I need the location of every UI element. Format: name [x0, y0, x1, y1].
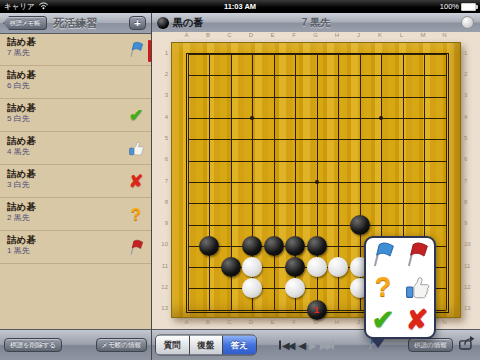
cell-N7[interactable]	[435, 171, 457, 192]
list-item-title: 詰め碁	[7, 234, 145, 246]
cell-K5[interactable]	[370, 129, 392, 150]
cell-J8[interactable]	[349, 193, 371, 214]
thumbs-up-icon	[127, 139, 145, 157]
cell-J6[interactable]	[349, 150, 371, 171]
row-label-left-3: 3	[156, 92, 168, 98]
cell-G2[interactable]	[306, 65, 328, 86]
cell-G9[interactable]	[306, 214, 328, 235]
black-stone-E10	[264, 236, 284, 256]
cell-C6[interactable]	[220, 150, 242, 171]
black-stone-F11	[285, 257, 305, 277]
cell-F8[interactable]	[284, 193, 306, 214]
row-label-left-12: 12	[156, 284, 168, 290]
col-label-bottom-G: G	[313, 319, 319, 325]
cell-F9[interactable]	[284, 214, 306, 235]
cell-C7[interactable]	[220, 171, 242, 192]
cell-A2[interactable]	[177, 65, 199, 86]
cell-K6[interactable]	[370, 150, 392, 171]
cell-M5[interactable]	[413, 129, 435, 150]
cell-H9[interactable]	[327, 214, 349, 235]
col-label-top-C: C	[227, 32, 233, 38]
cell-K7[interactable]	[370, 171, 392, 192]
cell-A9[interactable]	[177, 214, 199, 235]
cell-M2[interactable]	[413, 65, 435, 86]
problem-list: 詰め碁7 黒先詰め碁6 白先詰め碁5 白先✔詰め碁4 黒先詰め碁3 白先✘詰め碁…	[0, 33, 151, 330]
cell-F10[interactable]	[284, 235, 306, 256]
cell-D5[interactable]	[241, 129, 263, 150]
list-item-problem-4[interactable]: 詰め碁4 黒先	[0, 132, 151, 165]
cell-C10[interactable]	[220, 235, 242, 256]
cell-G5[interactable]	[306, 129, 328, 150]
white-stone-D11	[242, 257, 262, 277]
col-label-top-G: G	[313, 32, 319, 38]
cell-N4[interactable]	[435, 107, 457, 128]
cell-N3[interactable]	[435, 86, 457, 107]
cell-E2[interactable]	[263, 65, 285, 86]
list-item-problem-5[interactable]: 詰め碁5 白先✔	[0, 99, 151, 132]
kifu-info-button[interactable]: 棋譜の情報	[408, 338, 453, 352]
cell-D1[interactable]	[241, 44, 263, 65]
cell-N5[interactable]	[435, 129, 457, 150]
cell-N12[interactable]	[435, 278, 457, 299]
row-label-right-6: 6	[464, 156, 476, 162]
cell-D13[interactable]	[241, 299, 263, 320]
black-stone-B10	[199, 236, 219, 256]
cell-F7[interactable]	[284, 171, 306, 192]
popup-x-button[interactable]: ✘	[400, 304, 434, 337]
cell-A11[interactable]	[177, 257, 199, 278]
cell-A8[interactable]	[177, 193, 199, 214]
row-label-right-12: 12	[464, 284, 476, 290]
cell-D11[interactable]	[241, 257, 263, 278]
cell-D9[interactable]	[241, 214, 263, 235]
white-stone-H11	[328, 257, 348, 277]
cell-G1[interactable]	[306, 44, 328, 65]
cell-J7[interactable]	[349, 171, 371, 192]
col-label-bottom-D: D	[248, 319, 254, 325]
cell-L7[interactable]	[392, 171, 414, 192]
col-label-top-A: A	[184, 32, 190, 38]
flag-blue-icon	[127, 40, 145, 58]
cell-L2[interactable]	[392, 65, 414, 86]
cell-E10[interactable]	[263, 235, 285, 256]
cell-B3[interactable]	[198, 86, 220, 107]
row-label-left-9: 9	[156, 220, 168, 226]
col-label-bottom-F: F	[291, 319, 297, 325]
cell-N6[interactable]	[435, 150, 457, 171]
turn-indicator: 黒の番	[157, 13, 203, 32]
cell-M6[interactable]	[413, 150, 435, 171]
star-point	[379, 116, 383, 120]
cell-G4[interactable]	[306, 107, 328, 128]
cell-B9[interactable]	[198, 214, 220, 235]
row-label-left-2: 2	[156, 71, 168, 77]
row-label-left-13: 13	[156, 305, 168, 311]
cell-H11[interactable]	[327, 257, 349, 278]
cell-A10[interactable]	[177, 235, 199, 256]
cell-F1[interactable]	[284, 44, 306, 65]
cell-D10[interactable]	[241, 235, 263, 256]
list-item-title: 詰め碁	[7, 102, 145, 114]
white-stone-icon[interactable]	[461, 16, 474, 29]
cell-F3[interactable]	[284, 86, 306, 107]
cell-G11[interactable]	[306, 257, 328, 278]
row-label-right-13: 13	[464, 305, 476, 311]
cell-E13[interactable]	[263, 299, 285, 320]
question-icon: ?	[127, 205, 145, 223]
col-label-bottom-A: A	[184, 319, 190, 325]
black-stone-G13: 1	[307, 300, 327, 320]
cell-E1[interactable]	[263, 44, 285, 65]
x-icon: ✘	[127, 172, 145, 190]
cell-A3[interactable]	[177, 86, 199, 107]
cell-A6[interactable]	[177, 150, 199, 171]
cell-B6[interactable]	[198, 150, 220, 171]
board-header: 7 黒先 黒の番	[152, 13, 480, 33]
cell-F11[interactable]	[284, 257, 306, 278]
row-label-left-7: 7	[156, 178, 168, 184]
cell-H10[interactable]	[327, 235, 349, 256]
cell-F6[interactable]	[284, 150, 306, 171]
popup-thumbs-up-button[interactable]	[400, 271, 434, 304]
col-label-top-L: L	[399, 32, 405, 38]
row-label-left-1: 1	[156, 50, 168, 56]
cell-K3[interactable]	[370, 86, 392, 107]
row-label-left-8: 8	[156, 199, 168, 205]
list-item-subtitle: 1 黒先	[7, 246, 145, 256]
black-stone-G10	[307, 236, 327, 256]
cell-H1[interactable]	[327, 44, 349, 65]
cell-C11[interactable]	[220, 257, 242, 278]
cell-N8[interactable]	[435, 193, 457, 214]
cell-E3[interactable]	[263, 86, 285, 107]
white-stone-G11	[307, 257, 327, 277]
row-label-right-7: 7	[464, 178, 476, 184]
transport-controls: ◀◀◀▶▶▶	[278, 340, 335, 351]
cell-B13[interactable]	[198, 299, 220, 320]
cell-L4[interactable]	[392, 107, 414, 128]
cell-D3[interactable]	[241, 86, 263, 107]
delete-kifu-button[interactable]: 棋譜を削除する	[4, 338, 62, 352]
cell-B2[interactable]	[198, 65, 220, 86]
cell-C12[interactable]	[220, 278, 242, 299]
row-label-left-4: 4	[156, 114, 168, 120]
list-item-title: 詰め碁	[7, 36, 145, 48]
col-label-bottom-B: B	[205, 319, 211, 325]
skip-start-button[interactable]: ◀◀	[278, 340, 293, 351]
cell-D6[interactable]	[241, 150, 263, 171]
skip-end-button[interactable]: ▶▶	[320, 340, 335, 351]
cell-L6[interactable]	[392, 150, 414, 171]
cell-B11[interactable]	[198, 257, 220, 278]
cell-G6[interactable]	[306, 150, 328, 171]
cell-E7[interactable]	[263, 171, 285, 192]
popup-tail	[370, 337, 386, 348]
list-item-problem-7[interactable]: 詰め碁7 黒先	[0, 33, 151, 66]
popup-question-button[interactable]: ?	[366, 271, 400, 304]
cell-H8[interactable]	[327, 193, 349, 214]
cell-J1[interactable]	[349, 44, 371, 65]
cell-D7[interactable]	[241, 171, 263, 192]
cell-B8[interactable]	[198, 193, 220, 214]
cell-C3[interactable]	[220, 86, 242, 107]
black-stone-J9	[350, 215, 370, 235]
sidebar: 死活練習 棋譜メモ帳 + 詰め碁7 黒先詰め碁6 白先詰め碁5 白先✔詰め碁4 …	[0, 13, 151, 360]
col-label-bottom-J: J	[356, 319, 362, 325]
app-screen: キャリア 11:03 AM 100% 死活練習 棋譜メモ帳 + 詰め碁7 黒先詰…	[0, 0, 480, 360]
cell-N13[interactable]	[435, 299, 457, 320]
cell-A13[interactable]	[177, 299, 199, 320]
row-label-right-10: 10	[464, 241, 476, 247]
list-item-title: 詰め碁	[7, 201, 145, 213]
cell-L9[interactable]	[392, 214, 414, 235]
cell-C13[interactable]	[220, 299, 242, 320]
col-label-bottom-H: H	[334, 319, 340, 325]
cell-A12[interactable]	[177, 278, 199, 299]
cell-M3[interactable]	[413, 86, 435, 107]
cell-A5[interactable]	[177, 129, 199, 150]
cell-G3[interactable]	[306, 86, 328, 107]
cell-D12[interactable]	[241, 278, 263, 299]
list-item-problem-3[interactable]: 詰め碁3 白先✘	[0, 165, 151, 198]
share-icon[interactable]	[458, 335, 477, 355]
cell-G10[interactable]	[306, 235, 328, 256]
step-back-button[interactable]: ◀	[298, 340, 304, 351]
popup-flag-red-button[interactable]	[400, 238, 434, 271]
star-point	[315, 180, 319, 184]
segment-質問[interactable]: 質問	[156, 336, 189, 355]
cell-M7[interactable]	[413, 171, 435, 192]
black-stone-C11	[221, 257, 241, 277]
list-item-problem-2[interactable]: 詰め碁2 黒先?	[0, 198, 151, 231]
check-icon: ✔	[127, 106, 145, 124]
cell-M8[interactable]	[413, 193, 435, 214]
cell-J9[interactable]	[349, 214, 371, 235]
row-label-left-11: 11	[156, 263, 168, 269]
cell-C2[interactable]	[220, 65, 242, 86]
list-item-subtitle: 6 白先	[7, 81, 145, 91]
cell-E5[interactable]	[263, 129, 285, 150]
cell-J4[interactable]	[349, 107, 371, 128]
cell-L8[interactable]	[392, 193, 414, 214]
list-item-title: 詰め碁	[7, 69, 145, 81]
step-forward-button[interactable]: ▶	[309, 340, 315, 351]
cell-F5[interactable]	[284, 129, 306, 150]
cell-G13[interactable]: 1	[306, 299, 328, 320]
cell-K4[interactable]	[370, 107, 392, 128]
list-item-title: 詰め碁	[7, 135, 145, 147]
cell-B1[interactable]	[198, 44, 220, 65]
black-stone-D10	[242, 236, 262, 256]
cell-M1[interactable]	[413, 44, 435, 65]
move-number-label: 1	[314, 305, 319, 315]
cell-C1[interactable]	[220, 44, 242, 65]
cell-J2[interactable]	[349, 65, 371, 86]
cell-M9[interactable]	[413, 214, 435, 235]
cell-B4[interactable]	[198, 107, 220, 128]
cell-K8[interactable]	[370, 193, 392, 214]
add-problem-button[interactable]: +	[129, 16, 146, 30]
cell-F4[interactable]	[284, 107, 306, 128]
cell-A1[interactable]	[177, 44, 199, 65]
row-label-right-1: 1	[464, 50, 476, 56]
segment-答え[interactable]: 答え	[222, 336, 256, 355]
cell-D4[interactable]	[241, 107, 263, 128]
cell-K9[interactable]	[370, 214, 392, 235]
cell-H3[interactable]	[327, 86, 349, 107]
cell-H5[interactable]	[327, 129, 349, 150]
black-stone-F10	[285, 236, 305, 256]
cell-F2[interactable]	[284, 65, 306, 86]
cell-L1[interactable]	[392, 44, 414, 65]
cell-H6[interactable]	[327, 150, 349, 171]
col-label-top-H: H	[334, 32, 340, 38]
status-bar: キャリア 11:03 AM 100%	[0, 0, 480, 13]
list-item-subtitle: 5 白先	[7, 114, 145, 124]
col-label-top-N: N	[442, 32, 448, 38]
turn-label: 黒の番	[173, 16, 203, 30]
col-label-top-K: K	[377, 32, 383, 38]
cell-J5[interactable]	[349, 129, 371, 150]
mode-segmented-control: 質問復盤答え	[155, 335, 257, 356]
col-label-top-J: J	[356, 32, 362, 38]
col-label-top-E: E	[270, 32, 276, 38]
cell-K1[interactable]	[370, 44, 392, 65]
row-label-right-9: 9	[464, 220, 476, 226]
cell-D8[interactable]	[241, 193, 263, 214]
back-button[interactable]: 棋譜メモ帳	[3, 16, 47, 30]
cell-F13[interactable]	[284, 299, 306, 320]
cell-J3[interactable]	[349, 86, 371, 107]
col-label-top-M: M	[420, 32, 426, 38]
cell-H12[interactable]	[327, 278, 349, 299]
col-label-top-B: B	[205, 32, 211, 38]
cell-N11[interactable]	[435, 257, 457, 278]
col-label-top-F: F	[291, 32, 297, 38]
cell-A7[interactable]	[177, 171, 199, 192]
cell-H7[interactable]	[327, 171, 349, 192]
cell-H13[interactable]	[327, 299, 349, 320]
col-label-bottom-E: E	[270, 319, 276, 325]
col-label-bottom-N: N	[442, 319, 448, 325]
row-label-right-3: 3	[464, 92, 476, 98]
popup-flag-blue-button[interactable]	[366, 238, 400, 271]
cell-N2[interactable]	[435, 65, 457, 86]
list-item-subtitle: 2 黒先	[7, 213, 145, 223]
cell-E12[interactable]	[263, 278, 285, 299]
cell-D2[interactable]	[241, 65, 263, 86]
row-label-right-5: 5	[464, 135, 476, 141]
cell-N9[interactable]	[435, 214, 457, 235]
cell-L3[interactable]	[392, 86, 414, 107]
row-label-left-10: 10	[156, 241, 168, 247]
cell-H4[interactable]	[327, 107, 349, 128]
flag-red-icon	[127, 238, 145, 256]
cell-F12[interactable]	[284, 278, 306, 299]
sidebar-toolbar: 棋譜を削除する メモ帳の情報	[0, 329, 151, 360]
popup-check-button[interactable]: ✔	[366, 304, 400, 337]
black-stone-icon	[157, 17, 169, 29]
cell-B5[interactable]	[198, 129, 220, 150]
row-label-right-4: 4	[464, 114, 476, 120]
cell-E8[interactable]	[263, 193, 285, 214]
cell-L5[interactable]	[392, 129, 414, 150]
cell-E4[interactable]	[263, 107, 285, 128]
cell-G8[interactable]	[306, 193, 328, 214]
list-item-subtitle: 7 黒先	[7, 48, 145, 58]
list-item-problem-6[interactable]: 詰め碁6 白先	[0, 66, 151, 99]
cell-E9[interactable]	[263, 214, 285, 235]
row-label-left-5: 5	[156, 135, 168, 141]
memo-info-button[interactable]: メモ帳の情報	[96, 338, 147, 352]
cell-E6[interactable]	[263, 150, 285, 171]
col-label-bottom-C: C	[227, 319, 233, 325]
cell-B12[interactable]	[198, 278, 220, 299]
segment-復盤[interactable]: 復盤	[189, 336, 223, 355]
cell-M4[interactable]	[413, 107, 435, 128]
row-label-right-2: 2	[464, 71, 476, 77]
cell-N10[interactable]	[435, 235, 457, 256]
cell-G12[interactable]	[306, 278, 328, 299]
list-item-title: 詰め碁	[7, 168, 145, 180]
sidebar-nav: 死活練習 棋譜メモ帳 +	[0, 13, 151, 34]
battery-percent: 100%	[440, 2, 459, 11]
cell-N1[interactable]	[435, 44, 457, 65]
row-label-left-6: 6	[156, 156, 168, 162]
cell-K2[interactable]	[370, 65, 392, 86]
list-item-problem-1[interactable]: 詰め碁1 黒先	[0, 231, 151, 264]
row-label-right-11: 11	[464, 263, 476, 269]
cell-C5[interactable]	[220, 129, 242, 150]
rating-popup: ?✔✘	[364, 236, 436, 339]
col-label-top-D: D	[248, 32, 254, 38]
white-stone-D12	[242, 278, 262, 298]
cell-C8[interactable]	[220, 193, 242, 214]
white-stone-F12	[285, 278, 305, 298]
list-item-subtitle: 3 白先	[7, 180, 145, 190]
cell-A4[interactable]	[177, 107, 199, 128]
row-label-right-8: 8	[464, 199, 476, 205]
cell-C9[interactable]	[220, 214, 242, 235]
cell-C4[interactable]	[220, 107, 242, 128]
clock: 11:03 AM	[0, 2, 480, 11]
cell-B10[interactable]	[198, 235, 220, 256]
star-point	[250, 116, 254, 120]
cell-H2[interactable]	[327, 65, 349, 86]
battery-icon	[461, 3, 476, 11]
cell-G7[interactable]	[306, 171, 328, 192]
cell-B7[interactable]	[198, 171, 220, 192]
list-item-subtitle: 4 黒先	[7, 147, 145, 157]
cell-E11[interactable]	[263, 257, 285, 278]
